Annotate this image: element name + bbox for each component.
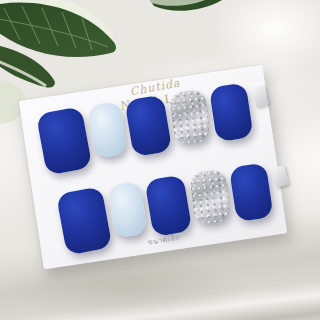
adhesive-tab	[251, 85, 269, 108]
press-on-nail-royal-blue	[36, 106, 93, 175]
press-on-nail-silver-glitter	[189, 169, 231, 225]
adhesive-tab	[271, 165, 289, 188]
press-on-nail-light-blue	[88, 101, 128, 158]
press-on-nail-silver-glitter	[169, 89, 211, 145]
press-on-nail-royal-blue	[124, 94, 172, 157]
press-on-nail-light-blue	[108, 181, 148, 238]
press-on-nail-royal-blue	[229, 162, 274, 222]
photo-scene: Chutida NAILS ขนาดเล็ก	[0, 0, 320, 320]
press-on-nail-royal-blue	[209, 82, 254, 142]
nail-display-card: Chutida NAILS ขนาดเล็ก	[19, 65, 287, 269]
press-on-nail-royal-blue	[144, 174, 192, 237]
